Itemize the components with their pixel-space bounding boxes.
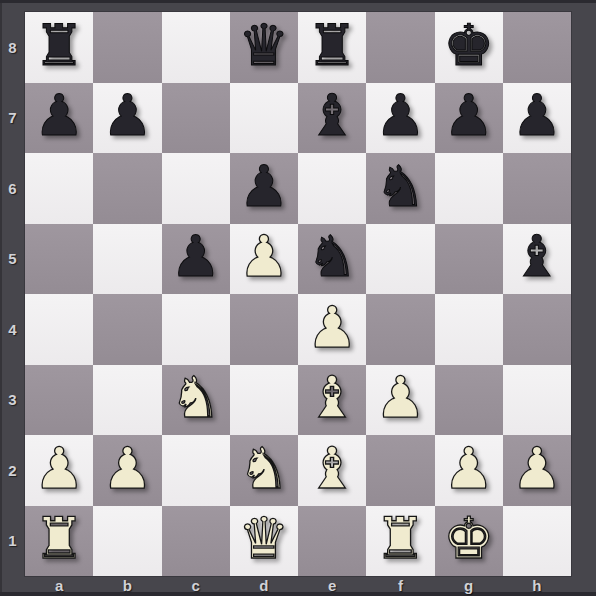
square-c7[interactable] bbox=[162, 83, 230, 154]
square-d3[interactable] bbox=[230, 365, 298, 436]
square-h8[interactable] bbox=[503, 12, 571, 83]
black-queen: ♛ bbox=[238, 17, 289, 74]
square-c2[interactable] bbox=[162, 435, 230, 506]
file-label-g: g bbox=[435, 577, 503, 594]
square-d4[interactable] bbox=[230, 294, 298, 365]
file-label-c: c bbox=[162, 577, 230, 594]
square-c8[interactable] bbox=[162, 12, 230, 83]
square-e6[interactable] bbox=[298, 153, 366, 224]
square-b3[interactable] bbox=[93, 365, 161, 436]
square-b1[interactable] bbox=[93, 506, 161, 577]
black-pawn: ♟ bbox=[170, 228, 221, 285]
square-a2[interactable]: ♟ bbox=[25, 435, 93, 506]
white-pawn: ♟ bbox=[307, 299, 358, 356]
white-pawn: ♟ bbox=[238, 228, 289, 285]
square-h3[interactable] bbox=[503, 365, 571, 436]
square-a8[interactable]: ♜ bbox=[25, 12, 93, 83]
square-a7[interactable]: ♟ bbox=[25, 83, 93, 154]
square-e8[interactable]: ♜ bbox=[298, 12, 366, 83]
file-label-h: h bbox=[503, 577, 571, 594]
black-rook: ♜ bbox=[34, 17, 85, 74]
square-a5[interactable] bbox=[25, 224, 93, 295]
square-c5[interactable]: ♟ bbox=[162, 224, 230, 295]
square-d6[interactable]: ♟ bbox=[230, 153, 298, 224]
square-f4[interactable] bbox=[366, 294, 434, 365]
square-h5[interactable]: ♝ bbox=[503, 224, 571, 295]
square-h6[interactable] bbox=[503, 153, 571, 224]
white-pawn: ♟ bbox=[443, 440, 494, 497]
white-bishop: ♝ bbox=[307, 440, 358, 497]
square-f6[interactable]: ♞ bbox=[366, 153, 434, 224]
rank-label-4: 4 bbox=[0, 294, 25, 365]
square-f7[interactable]: ♟ bbox=[366, 83, 434, 154]
white-knight: ♞ bbox=[170, 369, 221, 426]
file-label-f: f bbox=[366, 577, 434, 594]
square-g2[interactable]: ♟ bbox=[435, 435, 503, 506]
board-frame: 87654321 ♜♛♜♚♟♟♝♟♟♟♟♞♟♟♞♝♟♞♝♟♟♟♞♝♟♟♜♛♜♚ … bbox=[0, 0, 596, 596]
white-rook: ♜ bbox=[34, 510, 85, 567]
square-h4[interactable] bbox=[503, 294, 571, 365]
square-f8[interactable] bbox=[366, 12, 434, 83]
square-d1[interactable]: ♛ bbox=[230, 506, 298, 577]
square-g1[interactable]: ♚ bbox=[435, 506, 503, 577]
rank-label-2: 2 bbox=[0, 435, 25, 506]
square-b8[interactable] bbox=[93, 12, 161, 83]
black-pawn: ♟ bbox=[238, 158, 289, 215]
square-g3[interactable] bbox=[435, 365, 503, 436]
rank-label-3: 3 bbox=[0, 365, 25, 436]
white-pawn: ♟ bbox=[375, 369, 426, 426]
square-g6[interactable] bbox=[435, 153, 503, 224]
white-bishop: ♝ bbox=[307, 369, 358, 426]
square-a6[interactable] bbox=[25, 153, 93, 224]
file-label-d: d bbox=[230, 577, 298, 594]
black-pawn: ♟ bbox=[443, 87, 494, 144]
black-knight: ♞ bbox=[307, 228, 358, 285]
white-knight: ♞ bbox=[238, 440, 289, 497]
square-c6[interactable] bbox=[162, 153, 230, 224]
black-rook: ♜ bbox=[307, 17, 358, 74]
square-f1[interactable]: ♜ bbox=[366, 506, 434, 577]
square-a3[interactable] bbox=[25, 365, 93, 436]
square-e2[interactable]: ♝ bbox=[298, 435, 366, 506]
white-king: ♚ bbox=[443, 510, 494, 567]
square-d5[interactable]: ♟ bbox=[230, 224, 298, 295]
black-pawn: ♟ bbox=[34, 87, 85, 144]
black-pawn: ♟ bbox=[375, 87, 426, 144]
square-a4[interactable] bbox=[25, 294, 93, 365]
rank-label-8: 8 bbox=[0, 12, 25, 83]
white-rook: ♜ bbox=[375, 510, 426, 567]
square-g5[interactable] bbox=[435, 224, 503, 295]
square-h2[interactable]: ♟ bbox=[503, 435, 571, 506]
file-label-a: a bbox=[25, 577, 93, 594]
black-pawn: ♟ bbox=[511, 87, 562, 144]
square-b4[interactable] bbox=[93, 294, 161, 365]
square-g8[interactable]: ♚ bbox=[435, 12, 503, 83]
square-f3[interactable]: ♟ bbox=[366, 365, 434, 436]
file-labels: abcdefgh bbox=[25, 577, 571, 592]
rank-label-6: 6 bbox=[0, 153, 25, 224]
black-king: ♚ bbox=[443, 17, 494, 74]
rank-label-5: 5 bbox=[0, 224, 25, 295]
square-h1[interactable] bbox=[503, 506, 571, 577]
black-knight: ♞ bbox=[375, 158, 426, 215]
square-b6[interactable] bbox=[93, 153, 161, 224]
square-d8[interactable]: ♛ bbox=[230, 12, 298, 83]
square-f2[interactable] bbox=[366, 435, 434, 506]
square-b7[interactable]: ♟ bbox=[93, 83, 161, 154]
square-f5[interactable] bbox=[366, 224, 434, 295]
square-b2[interactable]: ♟ bbox=[93, 435, 161, 506]
square-g7[interactable]: ♟ bbox=[435, 83, 503, 154]
rank-label-7: 7 bbox=[0, 83, 25, 154]
square-h7[interactable]: ♟ bbox=[503, 83, 571, 154]
square-d2[interactable]: ♞ bbox=[230, 435, 298, 506]
file-label-b: b bbox=[93, 577, 161, 594]
square-c3[interactable]: ♞ bbox=[162, 365, 230, 436]
rank-label-1: 1 bbox=[0, 506, 25, 577]
chess-board: ♜♛♜♚♟♟♝♟♟♟♟♞♟♟♞♝♟♞♝♟♟♟♞♝♟♟♜♛♜♚ bbox=[25, 12, 571, 576]
black-pawn: ♟ bbox=[102, 87, 153, 144]
black-bishop: ♝ bbox=[307, 87, 358, 144]
square-e1[interactable] bbox=[298, 506, 366, 577]
black-bishop: ♝ bbox=[511, 228, 562, 285]
file-label-e: e bbox=[298, 577, 366, 594]
square-a1[interactable]: ♜ bbox=[25, 506, 93, 577]
square-e5[interactable]: ♞ bbox=[298, 224, 366, 295]
rank-labels: 87654321 bbox=[0, 12, 25, 576]
square-e7[interactable]: ♝ bbox=[298, 83, 366, 154]
square-d7[interactable] bbox=[230, 83, 298, 154]
white-pawn: ♟ bbox=[34, 440, 85, 497]
white-pawn: ♟ bbox=[511, 440, 562, 497]
square-e4[interactable]: ♟ bbox=[298, 294, 366, 365]
white-queen: ♛ bbox=[238, 510, 289, 567]
square-c4[interactable] bbox=[162, 294, 230, 365]
white-pawn: ♟ bbox=[102, 440, 153, 497]
square-b5[interactable] bbox=[93, 224, 161, 295]
square-e3[interactable]: ♝ bbox=[298, 365, 366, 436]
square-g4[interactable] bbox=[435, 294, 503, 365]
square-c1[interactable] bbox=[162, 506, 230, 577]
